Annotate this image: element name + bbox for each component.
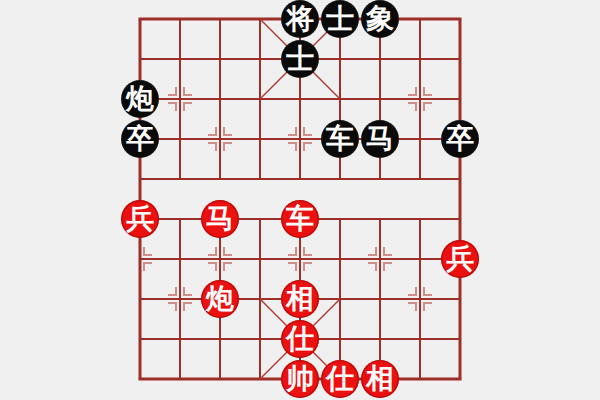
piece-black-horse[interactable]: 马: [361, 120, 399, 158]
piece-red-soldier[interactable]: 兵: [121, 200, 159, 238]
piece-black-cannon[interactable]: 炮: [121, 80, 159, 118]
piece-black-general[interactable]: 将: [281, 0, 319, 38]
piece-black-soldier[interactable]: 卒: [441, 120, 479, 158]
xiangqi-board-screen: 将士象士炮卒车马卒兵马车兵炮相仕帅仕相: [0, 0, 600, 400]
piece-red-horse[interactable]: 马: [201, 200, 239, 238]
piece-red-general[interactable]: 帅: [281, 360, 319, 398]
piece-black-soldier[interactable]: 卒: [121, 120, 159, 158]
piece-red-elephant[interactable]: 相: [361, 360, 399, 398]
piece-black-chariot[interactable]: 车: [321, 120, 359, 158]
piece-red-cannon[interactable]: 炮: [201, 280, 239, 318]
piece-red-chariot[interactable]: 车: [281, 200, 319, 238]
piece-black-advisor[interactable]: 士: [281, 40, 319, 78]
piece-red-advisor[interactable]: 仕: [321, 360, 359, 398]
piece-layer: 将士象士炮卒车马卒兵马车兵炮相仕帅仕相: [0, 0, 600, 400]
piece-red-advisor[interactable]: 仕: [281, 320, 319, 358]
piece-black-advisor[interactable]: 士: [321, 0, 359, 38]
piece-black-elephant[interactable]: 象: [361, 0, 399, 38]
piece-red-soldier[interactable]: 兵: [441, 240, 479, 278]
piece-red-elephant[interactable]: 相: [281, 280, 319, 318]
